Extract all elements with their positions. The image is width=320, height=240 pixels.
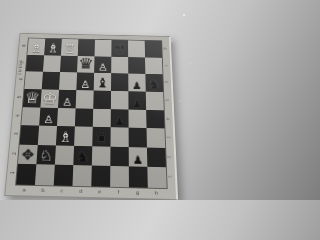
files-bottom-d: d [71,186,90,196]
square-a6[interactable] [24,72,43,90]
square-d2[interactable]: ♞ [73,146,92,166]
board-frame: CHESS 87654321 87654321 abcdefgh ♗♗♖♚♛♙♙… [4,33,178,200]
files-bottom-b: b [33,185,52,195]
white-pawn[interactable]: ♙ [94,63,111,73]
board-emblem: ✥ [18,144,38,164]
square-d5[interactable] [76,90,94,108]
black-rook[interactable]: ♜ [92,132,110,146]
square-g4[interactable] [128,109,146,128]
square-g1[interactable] [129,167,148,188]
square-f3[interactable] [110,127,128,147]
square-g8[interactable] [128,40,145,57]
files-bottom-g: g [128,187,147,197]
white-pawn[interactable]: ♙ [76,79,94,89]
table-background: CHESS 87654321 87654321 abcdefgh ♗♗♖♚♛♙♙… [0,0,200,200]
square-g5[interactable]: ♟ [128,91,146,109]
white-bishop[interactable]: ♗ [56,130,75,145]
files-bottom-e: e [90,186,109,196]
square-h1[interactable] [147,167,166,188]
square-f2[interactable] [110,146,129,166]
black-king[interactable]: ♚ [111,41,128,56]
files-bottom-c: c [52,185,71,195]
square-c2[interactable] [55,145,74,165]
square-e8[interactable] [95,40,112,57]
square-c4[interactable] [57,108,76,127]
square-h2[interactable] [147,147,166,167]
square-d1[interactable] [72,165,91,186]
square-f5[interactable] [111,91,129,109]
square-a3[interactable] [20,125,40,145]
square-e4[interactable] [93,108,111,127]
square-a5[interactable]: ♕ [23,89,42,107]
square-a8[interactable]: ♗ [27,38,45,55]
white-king[interactable]: ♔ [41,90,59,106]
square-a2[interactable]: ✥ [18,144,38,164]
square-h5[interactable] [146,92,164,110]
square-e2[interactable] [92,146,111,166]
square-d7[interactable]: ♛ [77,56,94,73]
square-c6[interactable] [59,72,77,90]
black-pawn[interactable]: ♟ [111,116,129,127]
square-a7[interactable] [26,55,44,72]
white-pawn[interactable]: ♙ [39,114,57,125]
square-h7[interactable] [145,57,162,74]
square-b3[interactable] [38,126,57,146]
black-pawn[interactable]: ♟ [129,155,148,166]
white-bishop[interactable]: ♗ [44,42,61,54]
square-f4[interactable]: ♟ [111,109,129,128]
square-g2[interactable]: ♟ [129,147,148,167]
square-h4[interactable] [146,110,164,129]
square-f1[interactable] [110,166,129,187]
square-f7[interactable] [111,56,128,73]
black-queen[interactable]: ♛ [77,56,94,71]
white-pawn[interactable]: ♙ [58,97,76,107]
square-c1[interactable] [54,165,74,186]
square-b1[interactable] [35,165,55,186]
files-bottom-h: h [147,188,166,198]
square-a4[interactable] [21,107,40,126]
square-b2[interactable]: ♘ [36,145,56,165]
square-c5[interactable]: ♙ [58,90,76,108]
square-e7[interactable]: ♙ [94,56,111,73]
square-e3[interactable]: ♜ [92,127,110,147]
square-d4[interactable] [75,108,93,127]
square-g7[interactable] [128,57,145,74]
square-g6[interactable]: ♟ [128,74,145,92]
dust-specks [183,14,185,16]
board-brand-text: CHESS [17,59,23,75]
white-bishop[interactable]: ♗ [27,42,45,54]
square-h6[interactable]: ♞ [145,74,163,92]
white-queen[interactable]: ♕ [23,89,42,105]
black-knight[interactable]: ♞ [145,78,163,91]
square-d8[interactable] [78,39,95,56]
black-pawn[interactable]: ♟ [128,98,146,108]
white-knight[interactable]: ♘ [36,149,55,164]
chess-board: CHESS 87654321 87654321 abcdefgh ♗♗♖♚♛♙♙… [4,33,178,200]
square-g3[interactable] [129,128,147,148]
square-b5[interactable]: ♔ [40,89,59,107]
square-d6[interactable]: ♙ [76,73,94,91]
square-e6[interactable]: ♝ [94,73,112,91]
files-bottom-a: a [14,185,34,195]
black-pawn[interactable]: ♟ [128,81,145,91]
files-bottom-f: f [109,187,128,197]
square-b8[interactable]: ♗ [44,39,62,56]
square-c7[interactable] [60,55,78,72]
square-c3[interactable]: ♗ [56,126,75,146]
square-c8[interactable]: ♖ [61,39,78,56]
square-h3[interactable] [147,128,166,148]
square-a1[interactable] [16,164,36,185]
square-e1[interactable] [91,166,110,187]
square-b7[interactable] [43,55,61,72]
board-grid: ♗♗♖♚♛♙♙♝♟♞♕♔♙♟♙♟♗♜✥♘♞♟ [15,38,168,190]
square-h8[interactable] [145,41,162,58]
square-f6[interactable] [111,73,128,91]
black-bishop[interactable]: ♝ [94,77,111,90]
black-knight[interactable]: ♞ [73,150,92,165]
square-b6[interactable] [42,72,60,90]
square-f8[interactable]: ♚ [111,40,128,57]
square-b4[interactable]: ♙ [39,107,58,126]
square-d3[interactable] [74,126,93,146]
square-e5[interactable] [93,90,111,108]
white-rook[interactable]: ♖ [61,43,78,55]
